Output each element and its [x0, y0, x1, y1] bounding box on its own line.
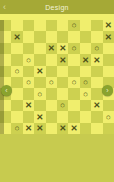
board-cell[interactable]: ○	[23, 54, 34, 65]
x-piece: ✕	[14, 33, 21, 42]
board-cell[interactable]: ○	[68, 43, 79, 54]
board-cell[interactable]: ○	[68, 77, 79, 88]
board-cell[interactable]: ✕	[103, 31, 114, 42]
o-piece: ○	[49, 78, 54, 87]
back-chevron-icon: ‹	[3, 0, 6, 14]
board-cell[interactable]: ✕	[91, 100, 102, 111]
board-cell[interactable]: ✕	[91, 54, 102, 65]
board-cell[interactable]	[11, 88, 22, 99]
game-board: ○✕✕✕✕✕○○○✕✕✕○✕○○○○○○✕○✕✕○○✕✕✕✕	[0, 20, 114, 134]
board-cell[interactable]	[68, 54, 79, 65]
board-cell[interactable]: ✕	[11, 31, 22, 42]
board-cell[interactable]	[103, 54, 114, 65]
board-cell[interactable]	[91, 31, 102, 42]
o-piece: ○	[37, 90, 42, 99]
chevron-right-icon: ›	[106, 85, 108, 96]
board-cell[interactable]	[57, 88, 68, 99]
board-cell[interactable]	[11, 77, 22, 88]
board-cell[interactable]	[11, 43, 22, 54]
board-cell[interactable]	[23, 66, 34, 77]
board-cell[interactable]: ✕	[103, 20, 114, 31]
o-piece: ○	[106, 113, 111, 122]
board-cell[interactable]	[91, 77, 102, 88]
board-cell[interactable]	[91, 123, 102, 134]
board-cell[interactable]	[57, 20, 68, 31]
board-cell[interactable]	[68, 111, 79, 122]
page-title: Design	[45, 4, 69, 11]
board-cell[interactable]	[46, 88, 57, 99]
board-cell[interactable]: ✕	[57, 43, 68, 54]
design-screen: ‹ Design ○✕✕✕✕✕○○○✕✕✕○✕○○○○○○✕○✕✕○○✕✕✕✕ …	[0, 0, 114, 182]
o-piece: ○	[60, 101, 65, 110]
board-cell[interactable]: ✕	[34, 123, 45, 134]
board-cell[interactable]	[46, 100, 57, 111]
board-cell[interactable]: ✕	[23, 100, 34, 111]
board-cell[interactable]: ✕	[57, 123, 68, 134]
x-piece: ✕	[36, 67, 43, 76]
board-cell[interactable]: ○	[57, 100, 68, 111]
board-cell[interactable]	[91, 66, 102, 77]
next-board-button[interactable]: ›	[102, 85, 113, 96]
board-cell[interactable]: ○	[80, 77, 91, 88]
o-piece: ○	[15, 124, 20, 133]
board-cell[interactable]	[46, 20, 57, 31]
board-cell[interactable]	[80, 100, 91, 111]
board-cell[interactable]	[23, 43, 34, 54]
x-piece: ✕	[71, 124, 78, 133]
board-cell[interactable]	[34, 43, 45, 54]
board-cell[interactable]	[46, 31, 57, 42]
board-cell[interactable]	[23, 20, 34, 31]
x-piece: ✕	[105, 21, 112, 30]
board-cell[interactable]	[11, 54, 22, 65]
o-piece: ○	[83, 90, 88, 99]
board-cell[interactable]	[80, 66, 91, 77]
board-cell[interactable]	[34, 100, 45, 111]
board-cell[interactable]	[0, 123, 11, 134]
x-piece: ✕	[48, 44, 55, 53]
board-cell[interactable]	[80, 20, 91, 31]
board-cell[interactable]	[0, 66, 11, 77]
o-piece: ○	[72, 21, 77, 30]
board-cell[interactable]	[68, 100, 79, 111]
app-bar: ‹ Design	[0, 0, 114, 14]
board-cell[interactable]	[80, 43, 91, 54]
board-cell[interactable]: ○	[11, 66, 22, 77]
board-cell[interactable]	[103, 100, 114, 111]
board-cell[interactable]	[103, 66, 114, 77]
board-cell[interactable]: ○	[103, 111, 114, 122]
o-piece: ○	[94, 44, 99, 53]
board-cell[interactable]: ✕	[23, 123, 34, 134]
board-cell[interactable]	[68, 66, 79, 77]
board-cell[interactable]	[80, 123, 91, 134]
board-cell[interactable]	[80, 31, 91, 42]
design-controls-panel: Grid Color ○ ✕ Size	[0, 134, 114, 182]
o-piece: ○	[83, 78, 88, 87]
board-cell[interactable]: ○	[91, 43, 102, 54]
x-piece: ✕	[82, 56, 89, 65]
board-cell[interactable]	[11, 100, 22, 111]
board-cell[interactable]: ✕	[57, 54, 68, 65]
board-cell[interactable]: ✕	[46, 43, 57, 54]
board-cell[interactable]	[57, 77, 68, 88]
board-cell[interactable]	[23, 88, 34, 99]
x-piece: ✕	[25, 101, 32, 110]
x-piece: ✕	[93, 101, 100, 110]
board-cell[interactable]	[57, 31, 68, 42]
o-piece: ○	[26, 78, 31, 87]
o-piece: ○	[26, 56, 31, 65]
board-cell[interactable]	[68, 88, 79, 99]
board-cell[interactable]	[103, 123, 114, 134]
o-piece: ○	[15, 67, 20, 76]
board-cell[interactable]	[34, 20, 45, 31]
x-piece: ✕	[105, 33, 112, 42]
board-cell[interactable]	[0, 31, 11, 42]
board-cell[interactable]	[57, 111, 68, 122]
board-cell[interactable]	[34, 77, 45, 88]
board-cell[interactable]	[68, 31, 79, 42]
board-cell[interactable]: ✕	[34, 66, 45, 77]
board-cell[interactable]	[0, 54, 11, 65]
board-cell[interactable]: ✕	[80, 54, 91, 65]
o-piece: ○	[72, 78, 77, 87]
x-piece: ✕	[59, 56, 66, 65]
board-cell[interactable]	[23, 111, 34, 122]
board-cell[interactable]	[46, 54, 57, 65]
x-piece: ✕	[59, 124, 66, 133]
board-cell[interactable]	[46, 123, 57, 134]
board-cell[interactable]: ✕	[68, 123, 79, 134]
board-cell[interactable]	[34, 54, 45, 65]
board-cell[interactable]	[34, 31, 45, 42]
prev-board-button[interactable]: ‹	[1, 85, 12, 96]
board-cell[interactable]: ○	[68, 20, 79, 31]
board-cell[interactable]	[46, 111, 57, 122]
board-cell[interactable]: ○	[46, 77, 57, 88]
board-cell[interactable]	[91, 88, 102, 99]
x-piece: ✕	[36, 124, 43, 133]
board-cell[interactable]	[0, 43, 11, 54]
board-cell[interactable]	[0, 100, 11, 111]
x-piece: ✕	[59, 44, 66, 53]
board-cell[interactable]: ○	[11, 123, 22, 134]
x-piece: ✕	[36, 113, 43, 122]
board-cell[interactable]	[23, 31, 34, 42]
board-cell[interactable]: ✕	[34, 111, 45, 122]
board-cell[interactable]	[0, 20, 11, 31]
x-piece: ✕	[25, 124, 32, 133]
board-cell[interactable]	[11, 20, 22, 31]
board-cell[interactable]: ○	[23, 77, 34, 88]
board-cell[interactable]	[0, 111, 11, 122]
back-button[interactable]: ‹	[3, 0, 6, 14]
board-cell[interactable]	[80, 111, 91, 122]
board-cell[interactable]	[91, 111, 102, 122]
board-cell[interactable]	[11, 111, 22, 122]
board-cell[interactable]	[103, 43, 114, 54]
board-cell[interactable]: ○	[34, 88, 45, 99]
board-cell[interactable]	[91, 20, 102, 31]
board-cell[interactable]	[46, 66, 57, 77]
board-cell[interactable]	[57, 66, 68, 77]
o-piece: ○	[72, 44, 77, 53]
chevron-left-icon: ‹	[5, 85, 7, 96]
x-piece: ✕	[93, 56, 100, 65]
board-cell[interactable]: ○	[80, 88, 91, 99]
